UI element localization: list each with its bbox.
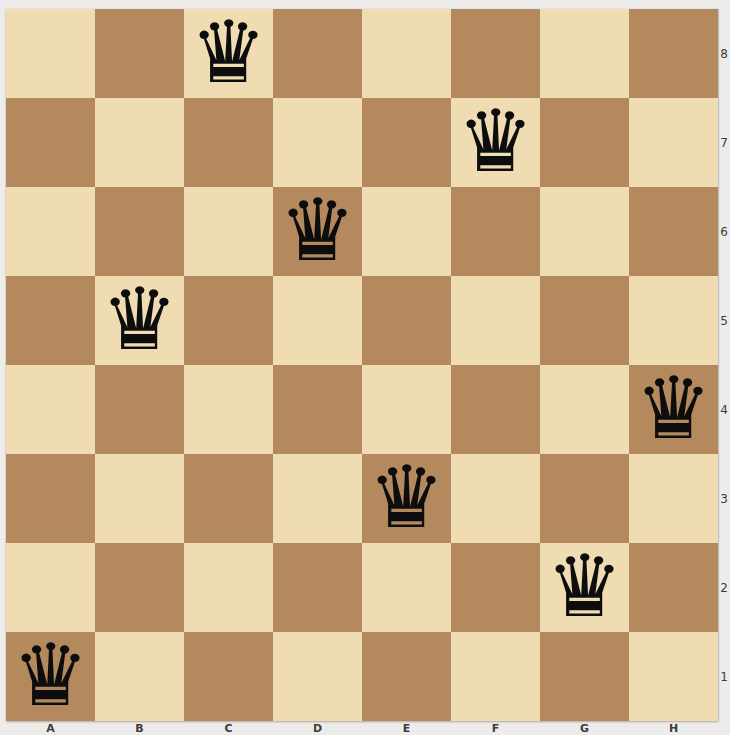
square-c4[interactable] [184, 365, 273, 454]
square-h6[interactable] [629, 187, 718, 276]
square-g2[interactable]: ♛ [540, 543, 629, 632]
file-label: H [629, 721, 718, 735]
square-f1[interactable] [451, 632, 540, 721]
rank-labels: 87654321 [718, 9, 730, 721]
black-queen-g2[interactable]: ♛ [546, 543, 623, 629]
file-label: D [273, 721, 362, 735]
square-f4[interactable] [451, 365, 540, 454]
square-e6[interactable] [362, 187, 451, 276]
square-g3[interactable] [540, 454, 629, 543]
square-h8[interactable] [629, 9, 718, 98]
square-h5[interactable] [629, 276, 718, 365]
square-d8[interactable] [273, 9, 362, 98]
square-c3[interactable] [184, 454, 273, 543]
square-h3[interactable] [629, 454, 718, 543]
rank-label: 2 [718, 543, 730, 632]
square-b6[interactable] [95, 187, 184, 276]
square-f7[interactable]: ♛ [451, 98, 540, 187]
square-b2[interactable] [95, 543, 184, 632]
square-g8[interactable] [540, 9, 629, 98]
square-a3[interactable] [6, 454, 95, 543]
square-f8[interactable] [451, 9, 540, 98]
square-e7[interactable] [362, 98, 451, 187]
file-label: E [362, 721, 451, 735]
file-label: C [184, 721, 273, 735]
square-c5[interactable] [184, 276, 273, 365]
square-d2[interactable] [273, 543, 362, 632]
square-h7[interactable] [629, 98, 718, 187]
square-e3[interactable]: ♛ [362, 454, 451, 543]
square-c1[interactable] [184, 632, 273, 721]
square-d5[interactable] [273, 276, 362, 365]
black-queen-d6[interactable]: ♛ [279, 187, 356, 273]
square-b4[interactable] [95, 365, 184, 454]
rank-label: 4 [718, 365, 730, 454]
square-h4[interactable]: ♛ [629, 365, 718, 454]
file-label: F [451, 721, 540, 735]
black-queen-h4[interactable]: ♛ [635, 365, 712, 451]
square-c6[interactable] [184, 187, 273, 276]
square-a5[interactable] [6, 276, 95, 365]
square-e5[interactable] [362, 276, 451, 365]
rank-label: 5 [718, 276, 730, 365]
square-e1[interactable] [362, 632, 451, 721]
square-e2[interactable] [362, 543, 451, 632]
square-e4[interactable] [362, 365, 451, 454]
square-b8[interactable] [95, 9, 184, 98]
chess-diagram: ♛♛♛♛♛♛♛♛ 87654321 ABCDEFGH [0, 0, 730, 735]
square-b1[interactable] [95, 632, 184, 721]
rank-label: 3 [718, 454, 730, 543]
square-d3[interactable] [273, 454, 362, 543]
square-a4[interactable] [6, 365, 95, 454]
square-c2[interactable] [184, 543, 273, 632]
chessboard: ♛♛♛♛♛♛♛♛ [6, 9, 718, 721]
square-g6[interactable] [540, 187, 629, 276]
square-a2[interactable] [6, 543, 95, 632]
square-d7[interactable] [273, 98, 362, 187]
square-a6[interactable] [6, 187, 95, 276]
rank-label: 7 [718, 98, 730, 187]
square-f2[interactable] [451, 543, 540, 632]
square-c7[interactable] [184, 98, 273, 187]
rank-label: 1 [718, 632, 730, 721]
square-g1[interactable] [540, 632, 629, 721]
black-queen-f7[interactable]: ♛ [457, 98, 534, 184]
rank-label: 6 [718, 187, 730, 276]
square-g4[interactable] [540, 365, 629, 454]
square-e8[interactable] [362, 9, 451, 98]
file-label: B [95, 721, 184, 735]
square-f6[interactable] [451, 187, 540, 276]
square-d6[interactable]: ♛ [273, 187, 362, 276]
square-f3[interactable] [451, 454, 540, 543]
black-queen-c8[interactable]: ♛ [190, 9, 267, 95]
black-queen-e3[interactable]: ♛ [368, 454, 445, 540]
square-f5[interactable] [451, 276, 540, 365]
square-c8[interactable]: ♛ [184, 9, 273, 98]
file-label: A [6, 721, 95, 735]
square-a8[interactable] [6, 9, 95, 98]
square-d1[interactable] [273, 632, 362, 721]
file-labels: ABCDEFGH [6, 721, 718, 735]
square-g5[interactable] [540, 276, 629, 365]
square-a7[interactable] [6, 98, 95, 187]
square-h2[interactable] [629, 543, 718, 632]
black-queen-b5[interactable]: ♛ [101, 276, 178, 362]
square-b7[interactable] [95, 98, 184, 187]
square-a1[interactable]: ♛ [6, 632, 95, 721]
black-queen-a1[interactable]: ♛ [12, 632, 89, 718]
square-b3[interactable] [95, 454, 184, 543]
rank-label: 8 [718, 9, 730, 98]
square-d4[interactable] [273, 365, 362, 454]
square-b5[interactable]: ♛ [95, 276, 184, 365]
square-g7[interactable] [540, 98, 629, 187]
square-h1[interactable] [629, 632, 718, 721]
file-label: G [540, 721, 629, 735]
